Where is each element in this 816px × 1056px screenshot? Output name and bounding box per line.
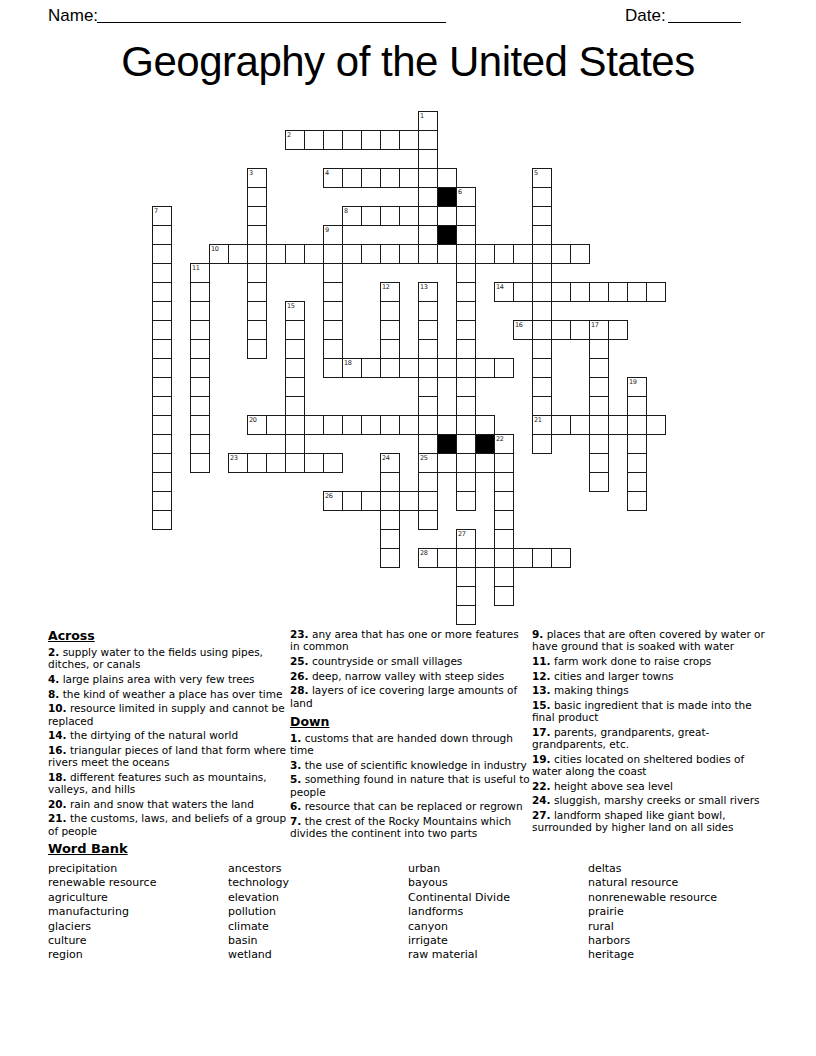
grid-cell[interactable] <box>456 453 476 473</box>
grid-cell[interactable] <box>152 301 172 321</box>
grid-cell[interactable] <box>456 434 476 454</box>
date-blank-line <box>668 22 741 23</box>
grid-cell[interactable] <box>418 168 438 188</box>
grid-cell[interactable] <box>437 168 457 188</box>
grid-cell[interactable] <box>152 244 172 264</box>
grid-cell[interactable] <box>304 453 324 473</box>
grid-cell[interactable] <box>570 320 590 340</box>
grid-cell[interactable] <box>361 491 381 511</box>
grid-cell[interactable] <box>456 206 476 226</box>
clue: 7. the crest of the Rocky Mountains whic… <box>290 815 530 839</box>
clue-number-label: 26 <box>325 493 332 500</box>
clues-column-1: Across 2. supply water to the fields usi… <box>48 628 288 839</box>
grid-cell[interactable] <box>361 168 381 188</box>
grid-cell[interactable] <box>418 187 438 207</box>
word-bank-item: pollution <box>228 905 289 919</box>
clue-number: 12. <box>532 670 551 682</box>
grid-cell[interactable] <box>589 453 609 473</box>
grid-cell[interactable] <box>190 282 210 302</box>
grid-cell[interactable] <box>152 472 172 492</box>
grid-cell[interactable] <box>589 434 609 454</box>
word-bank-item: deltas <box>588 862 717 876</box>
grid-cell[interactable] <box>627 491 647 511</box>
grid-cell[interactable] <box>627 282 647 302</box>
grid-cell[interactable]: 15 <box>285 301 305 321</box>
clue-number: 14. <box>48 729 67 741</box>
grid-cell[interactable] <box>152 434 172 454</box>
grid-cell[interactable] <box>285 320 305 340</box>
grid-cell[interactable] <box>323 282 343 302</box>
grid-cell[interactable]: 23 <box>228 453 248 473</box>
clue-number-label: 7 <box>154 208 158 215</box>
across-header: Across <box>48 628 288 643</box>
grid-cell[interactable] <box>247 206 267 226</box>
grid-cell[interactable] <box>304 130 324 150</box>
clue: 19. cities located on sheltered bodies o… <box>532 753 772 777</box>
grid-cell[interactable] <box>342 168 362 188</box>
grid-cell[interactable] <box>304 244 324 264</box>
name-label: Name: <box>48 6 98 26</box>
grid-cell[interactable] <box>399 358 419 378</box>
clue-number: 23. <box>290 628 309 640</box>
grid-cell[interactable] <box>608 415 628 435</box>
grid-cell[interactable] <box>627 453 647 473</box>
clue: 27. landform shaped like giant bowl, sur… <box>532 809 772 833</box>
grid-cell[interactable] <box>152 225 172 245</box>
grid-cell[interactable]: 16 <box>513 320 533 340</box>
grid-cell[interactable] <box>456 396 476 416</box>
word-bank-column-3: urbanbayousContinental Dividelandformsca… <box>408 862 510 963</box>
word-bank-item: harbors <box>588 934 717 948</box>
grid-cell[interactable] <box>513 548 533 568</box>
grid-cell[interactable] <box>456 320 476 340</box>
grid-cell[interactable] <box>475 358 495 378</box>
down-header: Down <box>290 714 530 729</box>
grid-cell[interactable] <box>532 434 552 454</box>
grid-cell[interactable] <box>247 187 267 207</box>
grid-cell[interactable] <box>627 472 647 492</box>
grid-cell[interactable] <box>475 548 495 568</box>
grid-cell[interactable] <box>285 377 305 397</box>
grid-cell[interactable] <box>532 301 552 321</box>
grid-cell[interactable] <box>456 244 476 264</box>
grid-cell[interactable] <box>437 548 457 568</box>
word-bank-item: ancestors <box>228 862 289 876</box>
grid-cell[interactable] <box>456 225 476 245</box>
grid-cell[interactable] <box>494 453 514 473</box>
grid-cell[interactable] <box>646 282 666 302</box>
grid-cell[interactable] <box>418 225 438 245</box>
clue: 11. farm work done to raise crops <box>532 655 772 667</box>
grid-cell[interactable] <box>418 510 438 530</box>
grid-cell[interactable] <box>380 548 400 568</box>
grid-cell[interactable] <box>285 415 305 435</box>
grid-cell[interactable] <box>532 244 552 264</box>
clue-number-label: 17 <box>591 322 598 329</box>
grid-cell[interactable]: 25 <box>418 453 438 473</box>
clue-number: 10. <box>48 702 67 714</box>
grid-cell[interactable] <box>285 244 305 264</box>
grid-cell[interactable] <box>380 358 400 378</box>
grid-cell[interactable] <box>380 491 400 511</box>
word-bank-item: raw material <box>408 948 510 962</box>
grid-cell[interactable] <box>342 491 362 511</box>
grid-cell[interactable] <box>190 301 210 321</box>
grid-cell[interactable] <box>399 491 419 511</box>
grid-cell[interactable] <box>323 244 343 264</box>
grid-cell[interactable] <box>380 529 400 549</box>
clue-number-label: 5 <box>534 170 538 177</box>
grid-cell[interactable] <box>418 206 438 226</box>
grid-cell[interactable] <box>532 548 552 568</box>
grid-cell[interactable] <box>532 358 552 378</box>
word-bank-item: region <box>48 948 156 962</box>
grid-cell[interactable] <box>589 339 609 359</box>
grid-cell[interactable] <box>342 130 362 150</box>
grid-cell[interactable] <box>589 282 609 302</box>
grid-cell[interactable] <box>418 396 438 416</box>
grid-cell[interactable] <box>399 244 419 264</box>
grid-cell[interactable]: 10 <box>209 244 229 264</box>
grid-cell[interactable] <box>570 244 590 264</box>
clue-number: 24. <box>532 794 551 806</box>
grid-cell[interactable] <box>418 301 438 321</box>
grid-cell[interactable] <box>551 282 571 302</box>
grid-cell[interactable]: 12 <box>380 282 400 302</box>
grid-cell[interactable] <box>285 358 305 378</box>
clue-number: 13. <box>532 684 551 696</box>
grid-cell[interactable] <box>608 320 628 340</box>
page-title: Geography of the United States <box>0 38 816 86</box>
word-bank-item: nonrenewable resource <box>588 891 717 905</box>
clue-number: 8. <box>48 688 59 700</box>
grid-cell[interactable] <box>323 263 343 283</box>
grid-cell[interactable] <box>437 206 457 226</box>
grid-cell[interactable] <box>152 320 172 340</box>
clue-number-label: 20 <box>249 417 256 424</box>
grid-cell[interactable]: 3 <box>247 168 267 188</box>
grid-cell[interactable] <box>456 491 476 511</box>
grid-cell[interactable] <box>551 244 571 264</box>
grid-cell[interactable] <box>532 282 552 302</box>
grid-cell[interactable] <box>456 358 476 378</box>
clue: 25. countryside or small villages <box>290 655 530 667</box>
grid-cell[interactable] <box>437 358 457 378</box>
grid-cell[interactable] <box>380 206 400 226</box>
clue: 14. the dirtying of the natural world <box>48 729 288 741</box>
grid-cell[interactable]: 19 <box>627 377 647 397</box>
clue-number-label: 3 <box>249 170 253 177</box>
grid-cell[interactable]: 14 <box>494 282 514 302</box>
grid-cell[interactable] <box>551 320 571 340</box>
grid-cell[interactable] <box>494 586 514 606</box>
clue-number: 21. <box>48 812 67 824</box>
grid-cell[interactable] <box>380 510 400 530</box>
grid-cell[interactable] <box>285 396 305 416</box>
grid-cell[interactable] <box>475 453 495 473</box>
grid-cell[interactable] <box>456 605 476 625</box>
grid-cell[interactable]: 5 <box>532 168 552 188</box>
grid-cell[interactable]: 21 <box>532 415 552 435</box>
grid-cell[interactable] <box>152 339 172 359</box>
grid-cell[interactable]: 17 <box>589 320 609 340</box>
grid-cell[interactable] <box>589 472 609 492</box>
grid-cell[interactable] <box>361 244 381 264</box>
clue: 18. different features such as mountains… <box>48 771 288 795</box>
word-bank-item: prairie <box>588 905 717 919</box>
grid-cell[interactable] <box>532 206 552 226</box>
clue-number: 4. <box>48 673 59 685</box>
grid-cell[interactable] <box>152 396 172 416</box>
grid-cell[interactable] <box>342 415 362 435</box>
grid-cell[interactable] <box>456 548 476 568</box>
grid-cell[interactable]: 2 <box>285 130 305 150</box>
grid-cell[interactable] <box>456 567 476 587</box>
grid-cell[interactable] <box>152 491 172 511</box>
grid-cell[interactable] <box>399 130 419 150</box>
grid-cell[interactable] <box>228 244 248 264</box>
grid-cell[interactable] <box>361 415 381 435</box>
grid-cell[interactable]: 22 <box>494 434 514 454</box>
grid-cell[interactable] <box>399 415 419 435</box>
clue-number: 17. <box>532 726 551 738</box>
grid-cell[interactable] <box>152 358 172 378</box>
grid-cell[interactable]: 27 <box>456 529 476 549</box>
clue-number-label: 1 <box>420 113 424 120</box>
grid-cell[interactable] <box>304 415 324 435</box>
grid-cell[interactable] <box>494 244 514 264</box>
grid-cell[interactable] <box>418 491 438 511</box>
grid-cell[interactable] <box>152 377 172 397</box>
clue: 26. deep, narrow valley with steep sides <box>290 670 530 682</box>
grid-cell[interactable] <box>456 472 476 492</box>
grid-cell[interactable]: 13 <box>418 282 438 302</box>
grid-cell[interactable] <box>570 282 590 302</box>
clue-number-label: 4 <box>325 170 329 177</box>
grid-cell[interactable]: 28 <box>418 548 438 568</box>
grid-cell[interactable] <box>418 358 438 378</box>
grid-cell[interactable] <box>380 415 400 435</box>
grid-cell[interactable] <box>589 377 609 397</box>
grid-cell[interactable] <box>551 548 571 568</box>
word-bank-item: precipitation <box>48 862 156 876</box>
grid-cell[interactable] <box>418 434 438 454</box>
grid-cell[interactable] <box>380 130 400 150</box>
grid-cell[interactable] <box>532 187 552 207</box>
grid-cell[interactable]: 7 <box>152 206 172 226</box>
grid-cell[interactable] <box>190 396 210 416</box>
grid-cell[interactable] <box>266 415 286 435</box>
clue-number-label: 18 <box>344 360 351 367</box>
grid-cell[interactable] <box>323 415 343 435</box>
grid-cell[interactable] <box>494 358 514 378</box>
grid-cell[interactable] <box>494 567 514 587</box>
grid-cell[interactable] <box>418 339 438 359</box>
grid-cell[interactable] <box>380 168 400 188</box>
clue: 8. the kind of weather a place has over … <box>48 688 288 700</box>
clue-number-label: 15 <box>287 303 294 310</box>
clue-number-label: 12 <box>382 284 389 291</box>
grid-cell[interactable] <box>247 320 267 340</box>
clue-number-label: 27 <box>458 531 465 538</box>
grid-cell[interactable] <box>190 415 210 435</box>
grid-cell[interactable] <box>152 453 172 473</box>
grid-cell[interactable] <box>418 472 438 492</box>
word-bank-item: urban <box>408 862 510 876</box>
grid-cell[interactable] <box>570 415 590 435</box>
word-bank-item: basin <box>228 934 289 948</box>
grid-cell[interactable] <box>190 377 210 397</box>
grid-cell[interactable] <box>380 320 400 340</box>
grid-cell[interactable] <box>247 263 267 283</box>
grid-cell[interactable] <box>513 244 533 264</box>
grid-cell[interactable] <box>323 453 343 473</box>
grid-cell[interactable] <box>361 206 381 226</box>
clue-number: 16. <box>48 744 67 756</box>
grid-cell[interactable]: 26 <box>323 491 343 511</box>
clue-number-label: 22 <box>496 436 503 443</box>
grid-cell[interactable]: 1 <box>418 111 438 131</box>
grid-cell[interactable] <box>418 244 438 264</box>
grid-cell[interactable] <box>532 396 552 416</box>
grid-cell[interactable] <box>551 415 571 435</box>
grid-cell[interactable] <box>532 339 552 359</box>
grid-cell[interactable] <box>532 320 552 340</box>
grid-cell[interactable] <box>456 301 476 321</box>
grid-cell[interactable] <box>190 453 210 473</box>
grid-cell[interactable] <box>532 263 552 283</box>
clue-number-label: 28 <box>420 550 427 557</box>
grid-cell[interactable] <box>399 206 419 226</box>
grid-cell[interactable] <box>285 339 305 359</box>
grid-cell[interactable] <box>456 586 476 606</box>
grid-cell[interactable] <box>247 453 267 473</box>
grid-cell[interactable] <box>456 339 476 359</box>
grid-cell[interactable] <box>456 263 476 283</box>
clue-number: 3. <box>290 759 301 771</box>
word-bank-item: natural resource <box>588 876 717 890</box>
grid-cell[interactable] <box>608 282 628 302</box>
grid-cell[interactable] <box>190 358 210 378</box>
grid-cell[interactable] <box>437 415 457 435</box>
grid-cell[interactable] <box>323 130 343 150</box>
grid-cell[interactable] <box>437 453 457 473</box>
grid-cell[interactable] <box>627 415 647 435</box>
grid-cell[interactable] <box>399 168 419 188</box>
grid-cell[interactable]: 18 <box>342 358 362 378</box>
grid-cell[interactable] <box>247 339 267 359</box>
grid-cell[interactable] <box>285 453 305 473</box>
word-bank-item: renewable resource <box>48 876 156 890</box>
grid-cell[interactable] <box>456 415 476 435</box>
clue-number-label: 23 <box>230 455 237 462</box>
grid-cell[interactable] <box>418 130 438 150</box>
clue-number-label: 8 <box>344 208 348 215</box>
grid-cell[interactable] <box>380 472 400 492</box>
grid-cell[interactable] <box>456 282 476 302</box>
word-bank-header: Word Bank <box>48 841 128 856</box>
grid-cell[interactable]: 8 <box>342 206 362 226</box>
grid-cell[interactable] <box>418 149 438 169</box>
grid-cell[interactable] <box>646 415 666 435</box>
grid-cell[interactable] <box>418 377 438 397</box>
grid-cell[interactable] <box>589 396 609 416</box>
grid-cell[interactable] <box>437 244 457 264</box>
grid-cell[interactable] <box>361 130 381 150</box>
grid-cell[interactable] <box>513 282 533 302</box>
grid-cell[interactable] <box>323 358 343 378</box>
grid-cell[interactable] <box>152 510 172 530</box>
grid-cell[interactable] <box>418 415 438 435</box>
grid-cell[interactable] <box>475 415 495 435</box>
grid-cell[interactable] <box>190 339 210 359</box>
clue-number-label: 11 <box>192 265 199 272</box>
grid-cell[interactable] <box>627 434 647 454</box>
grid-cell[interactable] <box>494 510 514 530</box>
grid-cell[interactable] <box>494 529 514 549</box>
grid-cell[interactable] <box>589 358 609 378</box>
grid-cell[interactable] <box>456 377 476 397</box>
grid-cell[interactable] <box>323 339 343 359</box>
grid-cell[interactable] <box>418 320 438 340</box>
word-bank-item: glaciers <box>48 920 156 934</box>
grid-cell[interactable] <box>627 396 647 416</box>
grid-cell[interactable] <box>475 244 495 264</box>
grid-cell[interactable] <box>532 225 552 245</box>
grid-cell[interactable] <box>247 301 267 321</box>
clue: 10. resource limited in supply and canno… <box>48 702 288 726</box>
grid-cell[interactable] <box>361 358 381 378</box>
clue-number-label: 13 <box>420 284 427 291</box>
grid-cell[interactable] <box>247 244 267 264</box>
clue-number: 25. <box>290 655 309 667</box>
grid-cell[interactable] <box>266 453 286 473</box>
grid-cell[interactable] <box>494 548 514 568</box>
grid-cell[interactable] <box>266 244 286 264</box>
grid-cell[interactable]: 4 <box>323 168 343 188</box>
clue: 20. rain and snow that waters the land <box>48 798 288 810</box>
grid-cell[interactable] <box>152 415 172 435</box>
grid-cell[interactable] <box>285 434 305 454</box>
grid-cell[interactable] <box>247 282 267 302</box>
grid-cell[interactable] <box>323 301 343 321</box>
clue-number-label: 16 <box>515 322 522 329</box>
grid-cell[interactable] <box>380 301 400 321</box>
grid-cell[interactable] <box>342 244 362 264</box>
grid-cell[interactable] <box>494 491 514 511</box>
grid-cell[interactable] <box>380 244 400 264</box>
grid-cell[interactable] <box>380 339 400 359</box>
grid-cell[interactable] <box>190 434 210 454</box>
grid-cell[interactable] <box>323 320 343 340</box>
grid-cell[interactable] <box>589 415 609 435</box>
clue: 13. making things <box>532 684 772 696</box>
grid-cell[interactable]: 11 <box>190 263 210 283</box>
clue-number-label: 9 <box>325 227 329 234</box>
clue: 9. places that are often covered by wate… <box>532 628 772 652</box>
grid-cell[interactable] <box>152 282 172 302</box>
grid-cell[interactable]: 24 <box>380 453 400 473</box>
grid-cell[interactable] <box>190 320 210 340</box>
clue: 12. cities and larger towns <box>532 670 772 682</box>
grid-cell[interactable] <box>494 472 514 492</box>
grid-cell[interactable]: 6 <box>456 187 476 207</box>
grid-cell[interactable]: 20 <box>247 415 267 435</box>
grid-cell[interactable]: 9 <box>323 225 343 245</box>
grid-cell[interactable] <box>247 225 267 245</box>
grid-cell[interactable] <box>152 263 172 283</box>
grid-cell[interactable] <box>532 377 552 397</box>
